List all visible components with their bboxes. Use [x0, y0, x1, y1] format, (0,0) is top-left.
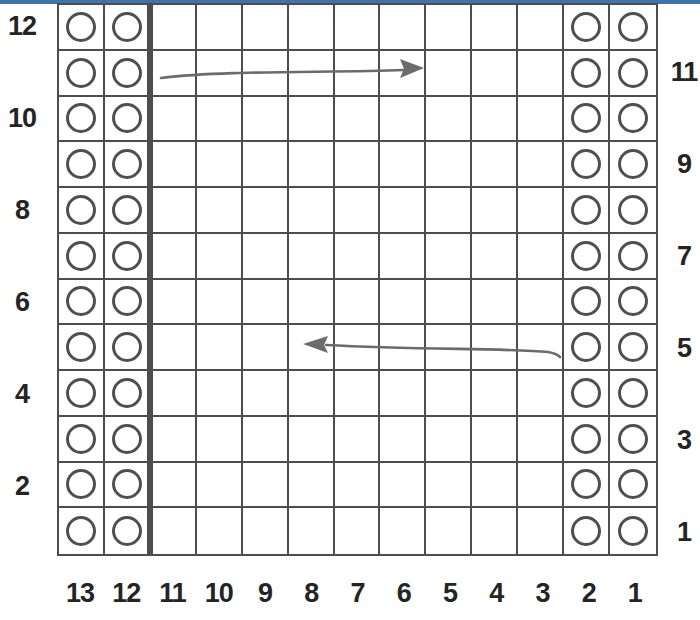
yarn-over-symbol [618, 469, 648, 499]
chart-cell [426, 5, 472, 51]
chart-cell [564, 463, 610, 509]
stitch-label-9: 9 [242, 572, 288, 614]
stitch-label-4: 4 [473, 572, 519, 614]
yarn-over-symbol [66, 424, 96, 454]
chart-cell [289, 417, 335, 463]
chart-cell [380, 51, 426, 97]
row-label-6: 6 [0, 280, 44, 326]
chart-cell [518, 463, 564, 509]
yarn-over-symbol [66, 195, 96, 225]
chart-cell [380, 234, 426, 280]
chart-cell [197, 371, 243, 417]
chart-cell [426, 97, 472, 143]
yarn-over-symbol [112, 195, 142, 225]
chart-cell [105, 508, 151, 554]
chart-cell [243, 234, 289, 280]
yarn-over-symbol [571, 12, 601, 42]
stitch-label-7: 7 [334, 572, 380, 614]
chart-cell [335, 371, 381, 417]
chart-cell [426, 508, 472, 554]
yarn-over-symbol [618, 149, 648, 179]
stitch-label-6: 6 [381, 572, 427, 614]
row-label-11: 11 [662, 49, 700, 95]
chart-cell [610, 280, 656, 326]
chart-cell [197, 142, 243, 188]
chart-cell [472, 97, 518, 143]
yarn-over-symbol [112, 332, 142, 362]
chart-cell [151, 188, 197, 234]
chart-cell [380, 371, 426, 417]
chart-cell [472, 463, 518, 509]
chart-cell [610, 508, 656, 554]
chart-cell [518, 371, 564, 417]
yarn-over-symbol [571, 103, 601, 133]
yarn-over-symbol [66, 241, 96, 271]
stitch-column-labels: 13121110987654321 [57, 572, 658, 614]
chart-cell [59, 5, 105, 51]
stitch-label-1: 1 [612, 572, 658, 614]
chart-cell [243, 417, 289, 463]
chart-cell [243, 97, 289, 143]
chart-cell [243, 51, 289, 97]
yarn-over-symbol [618, 103, 648, 133]
row-label-10: 10 [0, 95, 44, 141]
chart-cell [151, 5, 197, 51]
stitch-label-11: 11 [149, 572, 195, 614]
chart-cell [105, 280, 151, 326]
chart-cell [335, 97, 381, 143]
yarn-over-symbol [112, 516, 142, 546]
chart-cell [197, 5, 243, 51]
yarn-over-symbol [571, 516, 601, 546]
chart-cell [564, 188, 610, 234]
chart-cell [335, 325, 381, 371]
yarn-over-symbol [571, 241, 601, 271]
row-label-4: 4 [0, 372, 44, 418]
chart-cell [335, 508, 381, 554]
chart-cell [105, 371, 151, 417]
chart-cell [426, 371, 472, 417]
chart-cell [105, 417, 151, 463]
yarn-over-symbol [571, 332, 601, 362]
chart-cell [59, 97, 105, 143]
yarn-over-symbol [571, 469, 601, 499]
chart-cell [197, 97, 243, 143]
chart-cell [335, 463, 381, 509]
row-label-5: 5 [662, 326, 700, 372]
stitch-label-3: 3 [519, 572, 565, 614]
chart-cell [610, 5, 656, 51]
chart-cell [59, 280, 105, 326]
chart-cell [289, 188, 335, 234]
yarn-over-symbol [618, 516, 648, 546]
chart-cell [151, 463, 197, 509]
row-label-3: 3 [662, 418, 700, 464]
chart-cell [59, 142, 105, 188]
stitch-label-12: 12 [103, 572, 149, 614]
chart-cell [472, 234, 518, 280]
chart-cell [59, 371, 105, 417]
chart-cell [472, 5, 518, 51]
yarn-over-symbol [66, 378, 96, 408]
chart-cell [289, 97, 335, 143]
chart-cell [380, 463, 426, 509]
yarn-over-symbol [618, 332, 648, 362]
chart-cell [243, 142, 289, 188]
yarn-over-symbol [112, 469, 142, 499]
chart-cell [564, 5, 610, 51]
chart-cell [472, 142, 518, 188]
yarn-over-symbol [571, 378, 601, 408]
chart-cell [472, 280, 518, 326]
chart-cell [289, 5, 335, 51]
chart-cell [151, 280, 197, 326]
chart-cell [610, 142, 656, 188]
chart-cell [472, 51, 518, 97]
chart-cell [472, 508, 518, 554]
chart-cell [151, 508, 197, 554]
chart-cell [426, 142, 472, 188]
chart-cell [197, 234, 243, 280]
chart-cell [289, 325, 335, 371]
chart-cell [59, 234, 105, 280]
chart-cell [564, 508, 610, 554]
yarn-over-symbol [618, 195, 648, 225]
chart-cell [335, 188, 381, 234]
chart-cell [243, 463, 289, 509]
yarn-over-symbol [112, 58, 142, 88]
row-label-7: 7 [662, 233, 700, 279]
row-label-9: 9 [662, 141, 700, 187]
yarn-over-symbol [112, 149, 142, 179]
chart-cell [518, 188, 564, 234]
stitch-label-2: 2 [566, 572, 612, 614]
chart-cell [151, 51, 197, 97]
yarn-over-symbol [66, 286, 96, 316]
knitting-chart: 12108642 1197531 13121110987654321 [0, 0, 700, 620]
stitch-label-10: 10 [196, 572, 242, 614]
chart-cell [610, 51, 656, 97]
chart-cell [610, 97, 656, 143]
chart-cell [335, 234, 381, 280]
chart-cell [564, 371, 610, 417]
chart-cell [59, 188, 105, 234]
chart-cell [426, 234, 472, 280]
chart-cell [105, 51, 151, 97]
chart-cell [59, 417, 105, 463]
yarn-over-symbol [618, 58, 648, 88]
stitch-label-5: 5 [427, 572, 473, 614]
yarn-over-symbol [571, 149, 601, 179]
chart-cell [197, 280, 243, 326]
chart-cell [243, 371, 289, 417]
chart-cell [105, 142, 151, 188]
chart-cell [610, 325, 656, 371]
yarn-over-symbol [571, 58, 601, 88]
chart-cell [518, 234, 564, 280]
chart-cell [380, 188, 426, 234]
yarn-over-symbol [66, 149, 96, 179]
chart-cell [59, 325, 105, 371]
yarn-over-symbol [66, 12, 96, 42]
stitch-label-8: 8 [288, 572, 334, 614]
yarn-over-symbol [112, 241, 142, 271]
chart-cell [472, 188, 518, 234]
chart-cell [105, 97, 151, 143]
yarn-over-symbol [66, 469, 96, 499]
stitch-label-13: 13 [57, 572, 103, 614]
chart-cell [564, 280, 610, 326]
row-label-2: 2 [0, 464, 44, 510]
chart-cell [243, 188, 289, 234]
chart-cell [380, 280, 426, 326]
chart-cell [197, 188, 243, 234]
chart-cell [380, 508, 426, 554]
chart-cell [518, 97, 564, 143]
chart-cell [105, 463, 151, 509]
chart-cell [289, 234, 335, 280]
yarn-over-symbol [618, 241, 648, 271]
chart-cell [518, 5, 564, 51]
chart-cell [243, 5, 289, 51]
row-label-8: 8 [0, 187, 44, 233]
chart-cell [426, 325, 472, 371]
yarn-over-symbol [66, 332, 96, 362]
chart-cell [105, 325, 151, 371]
chart-cell [151, 371, 197, 417]
chart-cell [197, 325, 243, 371]
yarn-over-symbol [112, 286, 142, 316]
chart-cell [518, 51, 564, 97]
chart-cell [197, 417, 243, 463]
chart-cell [151, 142, 197, 188]
chart-cell [610, 371, 656, 417]
chart-cell [518, 417, 564, 463]
chart-cell [59, 51, 105, 97]
chart-cell [610, 417, 656, 463]
chart-cell [426, 188, 472, 234]
chart-cell [335, 142, 381, 188]
chart-cell [197, 463, 243, 509]
chart-cell [335, 5, 381, 51]
yarn-over-symbol [618, 286, 648, 316]
chart-cell [426, 280, 472, 326]
chart-cell [243, 508, 289, 554]
chart-cell [518, 280, 564, 326]
chart-cell [610, 188, 656, 234]
chart-cell [518, 508, 564, 554]
chart-cell [197, 51, 243, 97]
chart-cell [518, 142, 564, 188]
chart-cell [105, 188, 151, 234]
chart-cell [335, 51, 381, 97]
chart-cell [610, 463, 656, 509]
chart-cell [380, 417, 426, 463]
chart-cell [564, 234, 610, 280]
yarn-over-symbol [66, 103, 96, 133]
chart-cell [243, 280, 289, 326]
yarn-over-symbol [618, 12, 648, 42]
chart-cell [289, 142, 335, 188]
row-label-12: 12 [0, 3, 44, 49]
chart-cell [59, 508, 105, 554]
chart-cell [335, 280, 381, 326]
chart-cell [380, 142, 426, 188]
chart-cell [380, 97, 426, 143]
chart-cell [105, 234, 151, 280]
yarn-over-symbol [112, 12, 142, 42]
chart-cell [289, 371, 335, 417]
chart-cell [289, 508, 335, 554]
chart-cell [289, 280, 335, 326]
chart-cell [426, 463, 472, 509]
chart-cell [151, 325, 197, 371]
chart-cell [380, 5, 426, 51]
yarn-over-symbol [112, 424, 142, 454]
chart-cell [151, 417, 197, 463]
yarn-over-symbol [618, 378, 648, 408]
chart-cell [472, 417, 518, 463]
yarn-over-symbol [66, 516, 96, 546]
chart-cell [335, 417, 381, 463]
chart-cell [243, 325, 289, 371]
chart-cell [151, 97, 197, 143]
pattern-repeat-line [147, 3, 153, 556]
yarn-over-symbol [571, 424, 601, 454]
chart-cell [564, 97, 610, 143]
chart-cell [380, 325, 426, 371]
chart-cell [564, 325, 610, 371]
row-label-1: 1 [662, 510, 700, 556]
chart-cell [289, 51, 335, 97]
chart-cell [151, 234, 197, 280]
chart-cell [426, 417, 472, 463]
chart-cell [105, 5, 151, 51]
yarn-over-symbol [571, 195, 601, 225]
chart-cell [564, 142, 610, 188]
chart-cell [426, 51, 472, 97]
yarn-over-symbol [112, 103, 142, 133]
chart-cell [472, 371, 518, 417]
yarn-over-symbol [112, 378, 142, 408]
chart-cell [564, 417, 610, 463]
chart-cell [289, 463, 335, 509]
chart-cell [59, 463, 105, 509]
yarn-over-symbol [618, 424, 648, 454]
yarn-over-symbol [571, 286, 601, 316]
chart-cell [197, 508, 243, 554]
chart-cell [518, 325, 564, 371]
chart-cell [610, 234, 656, 280]
chart-cell [472, 325, 518, 371]
yarn-over-symbol [66, 58, 96, 88]
chart-cell [564, 51, 610, 97]
